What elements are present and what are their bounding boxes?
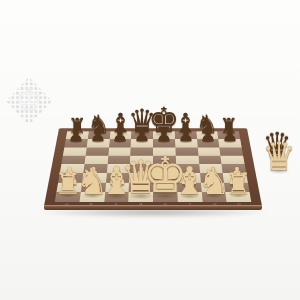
piece-black-pawn-c7: ♟ [112,127,128,145]
piece-black-pawn-f7: ♟ [178,127,194,145]
piece-black-pawn-a7: ♟ [68,127,84,145]
piece-black-pawn-g7: ♟ [200,127,216,145]
piece-black-pawn-d7: ♟ [134,127,150,145]
square-a6 [63,147,87,155]
watermark-logo: ♔ [6,77,52,125]
square-g6 [197,147,220,155]
extra-queen-white: ♛ [262,137,296,175]
board-shadow [36,207,270,218]
square-b6 [85,147,108,155]
watermark-king-icon: ♔ [16,85,43,115]
piece-black-pawn-h7: ♟ [222,127,238,145]
piece-white-rook-h1: ♜ [225,170,251,200]
square-h6 [220,147,244,155]
piece-black-pawn-e7: ♟ [156,127,172,145]
product-photo: ♔ abcdefgh ♜♞♝♛♚♝♞♜♟♟♟♟♟♟♟♟♟♟♟♟♟♟♟♟♜♞♝♛♚… [0,0,300,300]
piece-black-pawn-b7: ♟ [90,127,106,145]
